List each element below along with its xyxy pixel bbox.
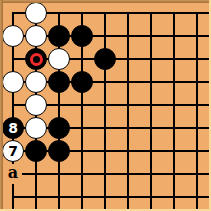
board-intersection[interactable]: 8	[2, 117, 25, 140]
black-stone	[25, 140, 47, 162]
board-intersection[interactable]	[2, 94, 25, 117]
black-stone	[48, 140, 70, 162]
board-intersection[interactable]	[71, 186, 94, 209]
board-intersection[interactable]	[71, 117, 94, 140]
board-intersection[interactable]	[163, 2, 186, 25]
board-frame-edge-bottom	[0, 209, 211, 211]
board-intersection[interactable]	[117, 186, 140, 209]
board-intersection[interactable]	[94, 186, 117, 209]
board-intersection[interactable]	[186, 140, 209, 163]
board-intersection[interactable]	[163, 48, 186, 71]
board-intersection[interactable]	[94, 163, 117, 186]
board-intersection[interactable]	[163, 140, 186, 163]
red-circle-marker	[30, 53, 43, 66]
white-stone: 7	[2, 140, 24, 162]
board-intersection[interactable]	[94, 71, 117, 94]
board-intersection[interactable]	[140, 186, 163, 209]
white-stone	[25, 25, 47, 47]
board-intersection[interactable]	[71, 71, 94, 94]
black-stone	[94, 48, 116, 70]
white-stone	[25, 94, 47, 116]
white-stone	[25, 2, 47, 24]
board-intersection[interactable]	[2, 25, 25, 48]
black-stone	[48, 25, 70, 47]
board-intersection[interactable]	[48, 2, 71, 25]
board-intersection[interactable]	[186, 2, 209, 25]
board-intersection[interactable]	[186, 94, 209, 117]
board-intersection[interactable]	[163, 94, 186, 117]
black-stone	[25, 48, 47, 70]
board-intersection[interactable]	[186, 163, 209, 186]
board-intersection[interactable]	[94, 140, 117, 163]
board-intersection[interactable]	[186, 25, 209, 48]
board-intersection[interactable]	[2, 71, 25, 94]
board-intersection[interactable]	[48, 71, 71, 94]
board-intersection[interactable]	[25, 163, 48, 186]
board-intersection[interactable]	[25, 2, 48, 25]
black-stone: 8	[2, 117, 24, 139]
board-intersection[interactable]	[186, 71, 209, 94]
board-intersection[interactable]	[186, 48, 209, 71]
board-intersection[interactable]	[117, 2, 140, 25]
board-intersection[interactable]	[2, 186, 25, 209]
board-intersection[interactable]	[163, 186, 186, 209]
black-stone	[48, 117, 70, 139]
board-intersection[interactable]	[117, 25, 140, 48]
board-intersection[interactable]	[25, 117, 48, 140]
board-intersection[interactable]	[140, 25, 163, 48]
white-stone	[25, 71, 47, 93]
board-intersection[interactable]	[163, 71, 186, 94]
go-diagram: 87a	[0, 0, 211, 211]
board-intersection[interactable]	[140, 163, 163, 186]
board-intersection[interactable]	[48, 186, 71, 209]
board-intersection[interactable]	[163, 25, 186, 48]
board-intersection[interactable]	[2, 2, 25, 25]
board-intersection[interactable]	[71, 163, 94, 186]
white-stone	[2, 71, 24, 93]
go-board-grid: 87a	[2, 2, 209, 209]
board-intersection[interactable]	[2, 48, 25, 71]
board-intersection[interactable]	[25, 140, 48, 163]
board-intersection[interactable]	[140, 140, 163, 163]
move-number-label: 8	[8, 121, 18, 135]
black-stone	[71, 25, 93, 47]
board-intersection[interactable]	[186, 186, 209, 209]
white-stone	[48, 48, 70, 70]
board-intersection[interactable]	[71, 2, 94, 25]
board-intersection[interactable]	[140, 117, 163, 140]
board-intersection[interactable]	[25, 48, 48, 71]
board-frame-edge-left	[0, 0, 3, 211]
board-intersection[interactable]	[71, 140, 94, 163]
board-intersection[interactable]	[117, 117, 140, 140]
board-intersection[interactable]	[71, 48, 94, 71]
board-intersection[interactable]	[117, 163, 140, 186]
board-intersection[interactable]	[94, 94, 117, 117]
board-intersection[interactable]	[71, 25, 94, 48]
board-intersection[interactable]	[117, 140, 140, 163]
black-stone	[48, 71, 70, 93]
board-intersection[interactable]	[140, 94, 163, 117]
board-intersection[interactable]	[94, 25, 117, 48]
board-intersection[interactable]	[48, 140, 71, 163]
board-intersection[interactable]	[48, 117, 71, 140]
board-intersection[interactable]	[25, 94, 48, 117]
board-intersection[interactable]	[117, 71, 140, 94]
board-intersection[interactable]: a	[2, 163, 25, 186]
board-intersection[interactable]	[140, 71, 163, 94]
board-intersection[interactable]: 7	[2, 140, 25, 163]
board-intersection[interactable]	[71, 94, 94, 117]
board-intersection[interactable]	[25, 71, 48, 94]
board-frame-edge-right	[209, 0, 211, 211]
black-stone	[71, 71, 93, 93]
board-intersection[interactable]	[48, 94, 71, 117]
board-intersection[interactable]	[117, 48, 140, 71]
board-intersection[interactable]	[186, 117, 209, 140]
board-intersection[interactable]	[48, 48, 71, 71]
board-intersection[interactable]	[163, 163, 186, 186]
board-intersection[interactable]	[94, 2, 117, 25]
white-stone	[2, 25, 24, 47]
board-intersection[interactable]	[94, 48, 117, 71]
board-intersection[interactable]	[117, 94, 140, 117]
board-intersection[interactable]	[163, 117, 186, 140]
board-frame-edge-top	[0, 0, 211, 3]
board-intersection[interactable]	[48, 25, 71, 48]
white-stone	[25, 117, 47, 139]
board-intersection[interactable]	[48, 163, 71, 186]
board-intersection[interactable]	[94, 117, 117, 140]
point-label-a: a	[5, 164, 22, 184]
move-number-label: 7	[8, 144, 18, 158]
board-intersection[interactable]	[140, 48, 163, 71]
board-intersection[interactable]	[25, 25, 48, 48]
board-intersection[interactable]	[25, 186, 48, 209]
board-intersection[interactable]	[140, 2, 163, 25]
